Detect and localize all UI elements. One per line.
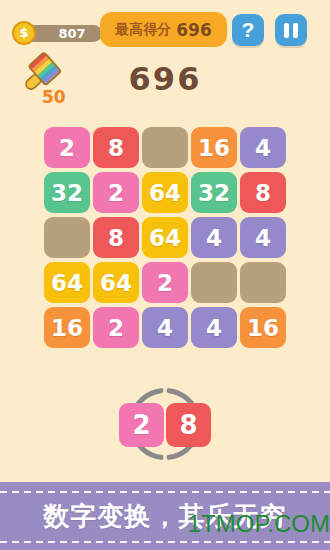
watermark: 1TMOP.COM	[188, 510, 330, 538]
empty-cell[interactable]	[44, 217, 90, 258]
tile-16[interactable]: 16	[191, 127, 237, 168]
best-score-value: 696	[176, 20, 212, 40]
pause-icon	[284, 23, 289, 38]
tile-64[interactable]: 64	[44, 262, 90, 303]
banner-dashed-line	[0, 541, 330, 543]
tile-4[interactable]: 4	[191, 307, 237, 348]
empty-cell[interactable]	[142, 127, 188, 168]
tile-4[interactable]: 4	[240, 127, 286, 168]
tile-64[interactable]: 64	[93, 262, 139, 303]
next-tiles: 28	[119, 403, 211, 447]
tile-4[interactable]: 4	[191, 217, 237, 258]
best-score-label: 最高得分	[115, 21, 171, 39]
tile-16[interactable]: 16	[240, 307, 286, 348]
tile-4[interactable]: 4	[142, 307, 188, 348]
tile-32[interactable]: 32	[191, 172, 237, 213]
next-tile-2: 2	[119, 403, 164, 447]
question-mark-icon: ?	[242, 18, 255, 42]
empty-cell[interactable]	[240, 262, 286, 303]
tile-2[interactable]: 2	[93, 172, 139, 213]
game-screen: 807 $ 最高得分 696 ?	[0, 0, 330, 550]
tile-16[interactable]: 16	[44, 307, 90, 348]
tile-2[interactable]: 2	[44, 127, 90, 168]
tile-2[interactable]: 2	[142, 262, 188, 303]
game-board[interactable]: 281643226432886444646421624416	[44, 127, 286, 348]
tile-8[interactable]: 8	[93, 127, 139, 168]
best-score-badge: 最高得分 696	[100, 12, 227, 47]
next-tiles-preview: 28	[123, 382, 207, 466]
pause-icon	[293, 23, 298, 38]
tile-8[interactable]: 8	[93, 217, 139, 258]
current-score: 696	[0, 60, 330, 98]
tile-64[interactable]: 64	[142, 172, 188, 213]
coin-icon: $	[12, 21, 36, 45]
tile-8[interactable]: 8	[240, 172, 286, 213]
coin-count: 807	[46, 25, 98, 42]
tile-2[interactable]: 2	[93, 307, 139, 348]
tile-64[interactable]: 64	[142, 217, 188, 258]
banner-dashed-line	[0, 491, 330, 493]
next-tile-8: 8	[166, 403, 211, 447]
tile-32[interactable]: 32	[44, 172, 90, 213]
empty-cell[interactable]	[191, 262, 237, 303]
help-button[interactable]: ?	[232, 14, 264, 46]
pause-button[interactable]	[275, 14, 307, 46]
tile-4[interactable]: 4	[240, 217, 286, 258]
